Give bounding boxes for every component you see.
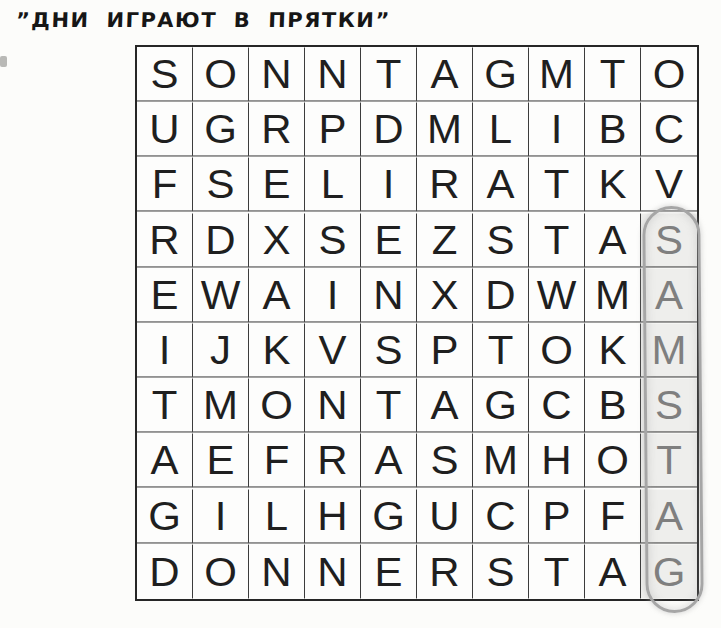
grid-cell-r6c9[interactable]: K — [585, 324, 641, 378]
grid-cell-r8c1[interactable]: A — [137, 434, 193, 488]
grid-cell-r8c10[interactable]: T — [641, 434, 697, 488]
grid-cell-r4c1[interactable]: R — [137, 213, 193, 267]
grid-cell-r2c3[interactable]: R — [249, 103, 305, 157]
grid-cell-r9c2[interactable]: I — [193, 489, 249, 543]
grid-cell-r9c1[interactable]: G — [137, 489, 193, 543]
grid-cell-r6c8[interactable]: O — [529, 324, 585, 378]
grid-cell-r1c7[interactable]: G — [473, 48, 529, 102]
grid-cell-r10c2[interactable]: O — [193, 544, 249, 598]
grid-cell-r6c6[interactable]: P — [417, 324, 473, 378]
grid-cell-r6c10[interactable]: M — [641, 324, 697, 378]
grid-cell-r4c9[interactable]: A — [585, 213, 641, 267]
grid-cell-r4c2[interactable]: D — [193, 213, 249, 267]
grid-cell-r5c5[interactable]: N — [361, 268, 417, 322]
grid-cell-r4c10[interactable]: S — [641, 213, 697, 267]
grid-cell-r2c4[interactable]: P — [305, 103, 361, 157]
grid-cell-r2c2[interactable]: G — [193, 103, 249, 157]
grid-cell-r5c9[interactable]: M — [585, 268, 641, 322]
grid-cell-r8c2[interactable]: E — [193, 434, 249, 488]
scan-artifact — [0, 56, 7, 67]
grid-cell-r8c4[interactable]: R — [305, 434, 361, 488]
grid-cell-r2c10[interactable]: C — [641, 103, 697, 157]
grid-cell-r8c5[interactable]: A — [361, 434, 417, 488]
grid-cell-r1c2[interactable]: O — [193, 48, 249, 102]
grid-cell-r7c3[interactable]: O — [249, 379, 305, 433]
grid-cell-r3c8[interactable]: T — [529, 158, 585, 212]
worksheet-page: ”ДНИ ИГРАЮТ В ПРЯТКИ” SONNTAGMTOUGRPDMLI… — [0, 0, 721, 628]
grid-cell-r6c5[interactable]: S — [361, 324, 417, 378]
grid-cell-r5c2[interactable]: W — [193, 268, 249, 322]
word-search-grid: SONNTAGMTOUGRPDMLIBCFSELIRATKVRDXSEZSTAS… — [135, 45, 699, 601]
grid-cell-r7c8[interactable]: C — [529, 379, 585, 433]
grid-cell-r2c7[interactable]: L — [473, 103, 529, 157]
grid-cell-r4c3[interactable]: X — [249, 213, 305, 267]
grid-cell-r9c10[interactable]: A — [641, 489, 697, 543]
grid-cell-r4c4[interactable]: S — [305, 213, 361, 267]
grid-cell-r1c3[interactable]: N — [249, 48, 305, 102]
grid-cell-r5c3[interactable]: A — [249, 268, 305, 322]
grid-cell-r3c9[interactable]: K — [585, 158, 641, 212]
grid-cell-r7c7[interactable]: G — [473, 379, 529, 433]
grid-cell-r3c3[interactable]: E — [249, 158, 305, 212]
grid-cell-r8c3[interactable]: F — [249, 434, 305, 488]
grid-cell-r5c1[interactable]: E — [137, 268, 193, 322]
grid-cell-r3c1[interactable]: F — [137, 158, 193, 212]
grid-cell-r3c6[interactable]: R — [417, 158, 473, 212]
grid-cell-r10c8[interactable]: T — [529, 544, 585, 598]
grid-cell-r2c5[interactable]: D — [361, 103, 417, 157]
grid-cell-r6c4[interactable]: V — [305, 324, 361, 378]
grid-cell-r7c10[interactable]: S — [641, 379, 697, 433]
grid-cell-r1c6[interactable]: A — [417, 48, 473, 102]
grid-cell-r4c5[interactable]: E — [361, 213, 417, 267]
grid-cell-r2c6[interactable]: M — [417, 103, 473, 157]
grid-cell-r3c4[interactable]: L — [305, 158, 361, 212]
grid-cell-r7c5[interactable]: T — [361, 379, 417, 433]
grid-cell-r10c7[interactable]: S — [473, 544, 529, 598]
grid-cell-r5c6[interactable]: X — [417, 268, 473, 322]
grid-cell-r10c3[interactable]: N — [249, 544, 305, 598]
grid-cell-r9c3[interactable]: L — [249, 489, 305, 543]
grid-cell-r2c1[interactable]: U — [137, 103, 193, 157]
grid-cell-r3c10[interactable]: V — [641, 158, 697, 212]
grid-cell-r9c6[interactable]: U — [417, 489, 473, 543]
grid-cell-r8c8[interactable]: H — [529, 434, 585, 488]
grid-cell-r1c9[interactable]: T — [585, 48, 641, 102]
grid-cell-r5c10[interactable]: A — [641, 268, 697, 322]
grid-cell-r5c7[interactable]: D — [473, 268, 529, 322]
grid-cell-r10c5[interactable]: E — [361, 544, 417, 598]
grid-cell-r4c6[interactable]: Z — [417, 213, 473, 267]
grid-cell-r2c8[interactable]: I — [529, 103, 585, 157]
grid-cell-r5c4[interactable]: I — [305, 268, 361, 322]
grid-cell-r10c9[interactable]: A — [585, 544, 641, 598]
grid-cell-r7c4[interactable]: N — [305, 379, 361, 433]
grid-cell-r1c8[interactable]: M — [529, 48, 585, 102]
grid-cell-r8c9[interactable]: O — [585, 434, 641, 488]
puzzle-title: ”ДНИ ИГРАЮТ В ПРЯТКИ” — [16, 8, 392, 31]
grid-cell-r10c1[interactable]: D — [137, 544, 193, 598]
grid-cell-r7c2[interactable]: M — [193, 379, 249, 433]
grid-cell-r9c8[interactable]: P — [529, 489, 585, 543]
grid-cell-r10c10[interactable]: G — [641, 544, 697, 598]
grid-cell-r8c6[interactable]: S — [417, 434, 473, 488]
grid-cell-r6c7[interactable]: T — [473, 324, 529, 378]
grid-cell-r6c3[interactable]: K — [249, 324, 305, 378]
grid-cell-r9c4[interactable]: H — [305, 489, 361, 543]
grid-cell-r3c2[interactable]: S — [193, 158, 249, 212]
grid-cell-r9c9[interactable]: F — [585, 489, 641, 543]
grid-cell-r1c5[interactable]: T — [361, 48, 417, 102]
grid-cell-r6c2[interactable]: J — [193, 324, 249, 378]
grid-cell-r2c9[interactable]: B — [585, 103, 641, 157]
grid-cell-r10c4[interactable]: N — [305, 544, 361, 598]
grid-cell-r1c4[interactable]: N — [305, 48, 361, 102]
grid-cell-r1c10[interactable]: O — [641, 48, 697, 102]
grid-cell-r4c8[interactable]: T — [529, 213, 585, 267]
grid-cell-r9c5[interactable]: G — [361, 489, 417, 543]
grid-cell-r9c7[interactable]: C — [473, 489, 529, 543]
grid-cell-r6c1[interactable]: I — [137, 324, 193, 378]
grid-cell-r1c1[interactable]: S — [137, 48, 193, 102]
grid-cell-r7c9[interactable]: B — [585, 379, 641, 433]
grid-cell-r8c7[interactable]: M — [473, 434, 529, 488]
grid-cell-r10c6[interactable]: R — [417, 544, 473, 598]
grid-cell-r4c7[interactable]: S — [473, 213, 529, 267]
grid-cell-r3c5[interactable]: I — [361, 158, 417, 212]
grid-cell-r7c1[interactable]: T — [137, 379, 193, 433]
grid-cell-r7c6[interactable]: A — [417, 379, 473, 433]
grid-cell-r3c7[interactable]: A — [473, 158, 529, 212]
grid-cell-r5c8[interactable]: W — [529, 268, 585, 322]
